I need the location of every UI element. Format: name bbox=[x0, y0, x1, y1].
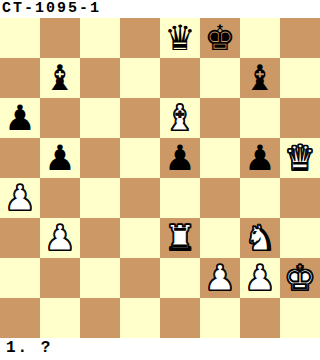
square-a7[interactable] bbox=[0, 58, 40, 98]
square-f3[interactable] bbox=[200, 218, 240, 258]
piece-white-pawn-b3[interactable]: ♟ bbox=[44, 218, 75, 258]
square-h2[interactable]: ♚ bbox=[280, 258, 320, 298]
piece-white-pawn-a4[interactable]: ♟ bbox=[4, 178, 35, 218]
piece-white-knight-g3[interactable]: ♞ bbox=[244, 218, 275, 258]
square-d7[interactable] bbox=[120, 58, 160, 98]
square-c2[interactable] bbox=[80, 258, 120, 298]
square-a8[interactable] bbox=[0, 18, 40, 58]
square-b7[interactable]: ♝ bbox=[40, 58, 80, 98]
square-f4[interactable] bbox=[200, 178, 240, 218]
square-h7[interactable] bbox=[280, 58, 320, 98]
square-f8[interactable]: ♚ bbox=[200, 18, 240, 58]
square-h3[interactable] bbox=[280, 218, 320, 258]
square-a1[interactable] bbox=[0, 298, 40, 338]
square-d6[interactable] bbox=[120, 98, 160, 138]
piece-black-bishop-g7[interactable]: ♝ bbox=[244, 58, 275, 98]
square-e4[interactable] bbox=[160, 178, 200, 218]
square-h5[interactable]: ♛ bbox=[280, 138, 320, 178]
square-d2[interactable] bbox=[120, 258, 160, 298]
square-c4[interactable] bbox=[80, 178, 120, 218]
piece-black-queen-e8[interactable]: ♛ bbox=[164, 18, 195, 58]
square-f2[interactable]: ♟ bbox=[200, 258, 240, 298]
square-g8[interactable] bbox=[240, 18, 280, 58]
piece-black-bishop-b7[interactable]: ♝ bbox=[44, 58, 75, 98]
square-c7[interactable] bbox=[80, 58, 120, 98]
square-f7[interactable] bbox=[200, 58, 240, 98]
square-f5[interactable] bbox=[200, 138, 240, 178]
square-a2[interactable] bbox=[0, 258, 40, 298]
square-c3[interactable] bbox=[80, 218, 120, 258]
square-g6[interactable] bbox=[240, 98, 280, 138]
piece-white-pawn-g2[interactable]: ♟ bbox=[244, 258, 275, 298]
square-g2[interactable]: ♟ bbox=[240, 258, 280, 298]
square-h1[interactable] bbox=[280, 298, 320, 338]
square-g3[interactable]: ♞ bbox=[240, 218, 280, 258]
piece-black-pawn-a6[interactable]: ♟ bbox=[4, 98, 35, 138]
piece-white-queen-h5[interactable]: ♛ bbox=[284, 138, 315, 178]
square-g7[interactable]: ♝ bbox=[240, 58, 280, 98]
square-e2[interactable] bbox=[160, 258, 200, 298]
piece-black-pawn-b5[interactable]: ♟ bbox=[44, 138, 75, 178]
square-e1[interactable] bbox=[160, 298, 200, 338]
square-h8[interactable] bbox=[280, 18, 320, 58]
piece-white-pawn-f2[interactable]: ♟ bbox=[204, 258, 235, 298]
piece-white-king-h2[interactable]: ♚ bbox=[284, 258, 315, 298]
piece-black-pawn-g5[interactable]: ♟ bbox=[244, 138, 275, 178]
square-d1[interactable] bbox=[120, 298, 160, 338]
piece-black-pawn-e5[interactable]: ♟ bbox=[164, 138, 195, 178]
square-c6[interactable] bbox=[80, 98, 120, 138]
square-e6[interactable]: ♝ bbox=[160, 98, 200, 138]
chess-board: ♛♚♝♝♟♝♟♟♟♛♟♟♜♞♟♟♚ bbox=[0, 18, 320, 338]
square-h6[interactable] bbox=[280, 98, 320, 138]
square-g5[interactable]: ♟ bbox=[240, 138, 280, 178]
square-d8[interactable] bbox=[120, 18, 160, 58]
square-e3[interactable]: ♜ bbox=[160, 218, 200, 258]
square-e8[interactable]: ♛ bbox=[160, 18, 200, 58]
square-c5[interactable] bbox=[80, 138, 120, 178]
square-e5[interactable]: ♟ bbox=[160, 138, 200, 178]
square-a6[interactable]: ♟ bbox=[0, 98, 40, 138]
square-c1[interactable] bbox=[80, 298, 120, 338]
square-d4[interactable] bbox=[120, 178, 160, 218]
puzzle-id-label: CT-1095-1 bbox=[0, 0, 320, 18]
square-g4[interactable] bbox=[240, 178, 280, 218]
square-b1[interactable] bbox=[40, 298, 80, 338]
square-b4[interactable] bbox=[40, 178, 80, 218]
square-f6[interactable] bbox=[200, 98, 240, 138]
square-b3[interactable]: ♟ bbox=[40, 218, 80, 258]
square-d3[interactable] bbox=[120, 218, 160, 258]
square-d5[interactable] bbox=[120, 138, 160, 178]
square-b6[interactable] bbox=[40, 98, 80, 138]
square-f1[interactable] bbox=[200, 298, 240, 338]
square-a3[interactable] bbox=[0, 218, 40, 258]
move-prompt: 1. ? bbox=[0, 338, 320, 360]
square-c8[interactable] bbox=[80, 18, 120, 58]
square-e7[interactable] bbox=[160, 58, 200, 98]
square-a4[interactable]: ♟ bbox=[0, 178, 40, 218]
square-g1[interactable] bbox=[240, 298, 280, 338]
square-b8[interactable] bbox=[40, 18, 80, 58]
square-h4[interactable] bbox=[280, 178, 320, 218]
piece-white-rook-e3[interactable]: ♜ bbox=[164, 218, 195, 258]
square-b2[interactable] bbox=[40, 258, 80, 298]
square-a5[interactable] bbox=[0, 138, 40, 178]
piece-black-king-f8[interactable]: ♚ bbox=[204, 18, 235, 58]
piece-white-bishop-e6[interactable]: ♝ bbox=[164, 98, 195, 138]
square-b5[interactable]: ♟ bbox=[40, 138, 80, 178]
